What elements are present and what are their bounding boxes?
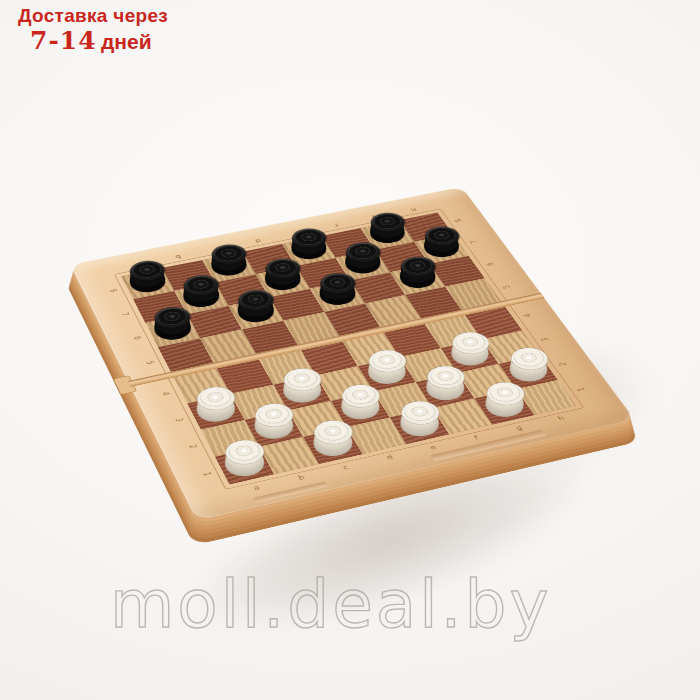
shipping-banner: Доставка через 7-14 дней [18, 6, 168, 54]
shipping-days-range: 7-14 [30, 26, 97, 55]
shipping-line1: Доставка через [18, 6, 168, 26]
shipping-days-word: дней [101, 30, 152, 53]
checkers-board: aabbccddeeffgghh8877665544332211⛂⛂⛂⛂⛂⛂⛂⛂… [70, 187, 635, 521]
shipping-line2: 7-14 дней [18, 28, 168, 54]
watermark: moll.deal.by [110, 566, 552, 643]
product-photo-stage: Доставка через 7-14 дней aabbccddeeffggh… [0, 0, 700, 700]
